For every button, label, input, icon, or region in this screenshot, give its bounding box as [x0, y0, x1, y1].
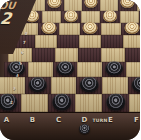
piece-dark[interactable]: [56, 61, 74, 76]
square-E4[interactable]: [101, 48, 124, 62]
square-G8[interactable]: [137, 0, 141, 11]
square-F8[interactable]: [118, 0, 136, 11]
square-E1[interactable]: [102, 94, 129, 112]
square-B7[interactable]: [42, 11, 62, 23]
square-E6[interactable]: [101, 23, 122, 36]
rank-label-2: 2: [10, 100, 13, 106]
piece-light[interactable]: [121, 0, 134, 8]
square-E2[interactable]: [102, 77, 128, 94]
square-C2[interactable]: [51, 77, 77, 94]
piece-dark[interactable]: [0, 94, 18, 111]
piece-dark[interactable]: [105, 61, 123, 76]
file-label-B: B: [30, 116, 35, 124]
piece-light[interactable]: [64, 10, 78, 22]
piece-dark[interactable]: [28, 77, 47, 93]
file-label-F: F: [134, 116, 139, 124]
square-F5[interactable]: [123, 35, 140, 48]
square-C4[interactable]: [55, 48, 78, 62]
square-B1[interactable]: [21, 94, 48, 112]
square-D5[interactable]: [79, 35, 101, 48]
turn-label: TURN: [92, 118, 107, 123]
player-score-value: 2: [0, 9, 12, 28]
square-B5[interactable]: [35, 35, 57, 48]
square-C3[interactable]: [53, 62, 78, 77]
rank-label-7: 7: [23, 40, 26, 46]
square-C1[interactable]: [48, 94, 75, 112]
square-C7[interactable]: [61, 11, 81, 23]
rank-label-5: 5: [19, 61, 22, 67]
piece-light[interactable]: [103, 10, 117, 22]
square-C6[interactable]: [59, 23, 80, 36]
piece-dark[interactable]: [106, 94, 125, 111]
board-row-2: [0, 77, 140, 94]
square-D8[interactable]: [82, 0, 100, 11]
square-E5[interactable]: [101, 35, 123, 48]
square-E3[interactable]: [102, 62, 127, 77]
piece-light[interactable]: [48, 0, 61, 8]
square-F1[interactable]: [129, 94, 140, 112]
rank-label-8: 8: [25, 31, 28, 37]
square-E7[interactable]: [100, 11, 120, 23]
board-row-7: [22, 11, 140, 23]
square-C5[interactable]: [57, 35, 79, 48]
board-row-8: [27, 0, 140, 11]
file-label-E: E: [108, 116, 113, 124]
board-bottom-frame: ABCDEFGH TURN: [0, 112, 140, 140]
turn-indicator-piece: [79, 124, 90, 134]
square-B3[interactable]: [28, 62, 53, 77]
piece-dark[interactable]: [131, 77, 140, 93]
piece-light[interactable]: [41, 22, 56, 35]
square-B4[interactable]: [32, 48, 55, 62]
square-D2[interactable]: [76, 77, 102, 94]
square-B8[interactable]: [45, 0, 63, 11]
square-D3[interactable]: [77, 62, 102, 77]
file-label-D: D: [82, 116, 88, 124]
piece-light[interactable]: [83, 22, 98, 35]
board-row-4: [8, 48, 140, 62]
square-B2[interactable]: [25, 77, 51, 94]
file-label-A: A: [4, 116, 9, 124]
square-D1[interactable]: [75, 94, 102, 112]
board-row-6: [18, 23, 140, 36]
board-row-1: [0, 94, 140, 112]
square-D4[interactable]: [78, 48, 101, 62]
rank-label-3: 3: [13, 86, 16, 92]
board-row-5: [13, 35, 140, 48]
square-F2[interactable]: [128, 77, 140, 94]
square-F4[interactable]: [125, 48, 140, 62]
piece-dark[interactable]: [80, 77, 99, 93]
file-label-C: C: [56, 116, 61, 124]
rank-label-4: 4: [16, 73, 19, 79]
checkers-app: YOU 2 8765432 ABCDEFGH TURN: [0, 0, 140, 140]
square-F6[interactable]: [121, 23, 140, 36]
square-D6[interactable]: [80, 23, 101, 36]
board-row-3: [4, 62, 140, 77]
piece-light[interactable]: [84, 0, 97, 8]
rank-label-6: 6: [21, 50, 24, 56]
square-B6[interactable]: [38, 23, 59, 36]
square-F3[interactable]: [126, 62, 140, 77]
square-G7[interactable]: [139, 11, 140, 23]
piece-light[interactable]: [124, 22, 139, 35]
piece-dark[interactable]: [52, 94, 71, 111]
